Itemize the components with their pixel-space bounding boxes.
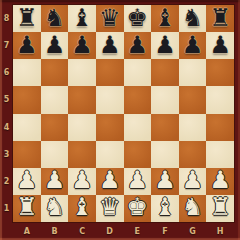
black-pawn-h7[interactable]: ♟	[209, 33, 231, 57]
white-pawn-e2[interactable]: ♟	[127, 168, 149, 192]
square-d6[interactable]	[96, 59, 124, 86]
square-e4[interactable]	[124, 114, 152, 141]
square-f5[interactable]	[151, 86, 179, 113]
square-a1[interactable]: ♜	[13, 195, 41, 222]
square-h8[interactable]: ♜	[206, 5, 234, 32]
square-f1[interactable]: ♝	[151, 195, 179, 222]
black-queen-d8[interactable]: ♛	[99, 6, 121, 30]
square-e5[interactable]	[124, 86, 152, 113]
square-h7[interactable]: ♟	[206, 32, 234, 59]
square-e6[interactable]	[124, 59, 152, 86]
white-king-e1[interactable]: ♚	[127, 195, 149, 219]
black-pawn-f7[interactable]: ♟	[154, 33, 176, 57]
black-knight-g8[interactable]: ♞	[182, 6, 204, 30]
black-pawn-a7[interactable]: ♟	[16, 33, 38, 57]
square-h1[interactable]: ♜	[206, 195, 234, 222]
square-g5[interactable]	[179, 86, 207, 113]
square-h4[interactable]	[206, 114, 234, 141]
black-rook-h8[interactable]: ♜	[209, 6, 231, 30]
rank-labels: 87654321	[0, 5, 13, 222]
square-a7[interactable]: ♟	[13, 32, 41, 59]
black-pawn-c7[interactable]: ♟	[71, 33, 93, 57]
square-c8[interactable]: ♝	[68, 5, 96, 32]
square-f4[interactable]	[151, 114, 179, 141]
rank-label-4: 4	[0, 114, 13, 141]
rank-label-7: 7	[0, 32, 13, 59]
square-a3[interactable]	[13, 141, 41, 168]
square-f7[interactable]: ♟	[151, 32, 179, 59]
square-g7[interactable]: ♟	[179, 32, 207, 59]
square-e7[interactable]: ♟	[124, 32, 152, 59]
black-pawn-e7[interactable]: ♟	[127, 33, 149, 57]
white-knight-g1[interactable]: ♞	[182, 195, 204, 219]
square-g8[interactable]: ♞	[179, 5, 207, 32]
square-g1[interactable]: ♞	[179, 195, 207, 222]
square-c1[interactable]: ♝	[68, 195, 96, 222]
square-c2[interactable]: ♟	[68, 168, 96, 195]
square-f6[interactable]	[151, 59, 179, 86]
white-rook-h1[interactable]: ♜	[209, 195, 231, 219]
square-e1[interactable]: ♚	[124, 195, 152, 222]
white-pawn-b2[interactable]: ♟	[44, 168, 66, 192]
black-pawn-g7[interactable]: ♟	[182, 33, 204, 57]
square-a2[interactable]: ♟	[13, 168, 41, 195]
chess-board[interactable]: ♜♞♝♛♚♝♞♜♟♟♟♟♟♟♟♟♟♟♟♟♟♟♟♟♜♞♝♛♚♝♞♜	[13, 5, 234, 222]
square-c4[interactable]	[68, 114, 96, 141]
white-rook-a1[interactable]: ♜	[16, 195, 38, 219]
rank-label-8: 8	[0, 5, 13, 32]
square-e2[interactable]: ♟	[124, 168, 152, 195]
rank-label-5: 5	[0, 86, 13, 113]
white-bishop-c1[interactable]: ♝	[71, 195, 93, 219]
square-a4[interactable]	[13, 114, 41, 141]
white-pawn-a2[interactable]: ♟	[16, 168, 38, 192]
black-bishop-c8[interactable]: ♝	[71, 6, 93, 30]
white-pawn-c2[interactable]: ♟	[71, 168, 93, 192]
square-c3[interactable]	[68, 141, 96, 168]
square-f2[interactable]: ♟	[151, 168, 179, 195]
square-b3[interactable]	[41, 141, 69, 168]
square-c7[interactable]: ♟	[68, 32, 96, 59]
black-king-e8[interactable]: ♚	[127, 6, 149, 30]
file-label-g: G	[179, 222, 207, 240]
square-b7[interactable]: ♟	[41, 32, 69, 59]
black-knight-b8[interactable]: ♞	[44, 6, 66, 30]
square-a5[interactable]	[13, 86, 41, 113]
square-d7[interactable]: ♟	[96, 32, 124, 59]
square-g4[interactable]	[179, 114, 207, 141]
file-labels: ABCDEFGH	[13, 222, 234, 240]
black-bishop-f8[interactable]: ♝	[154, 6, 176, 30]
square-d1[interactable]: ♛	[96, 195, 124, 222]
square-d5[interactable]	[96, 86, 124, 113]
square-b1[interactable]: ♞	[41, 195, 69, 222]
square-b5[interactable]	[41, 86, 69, 113]
white-pawn-f2[interactable]: ♟	[154, 168, 176, 192]
square-c5[interactable]	[68, 86, 96, 113]
square-c6[interactable]	[68, 59, 96, 86]
square-b2[interactable]: ♟	[41, 168, 69, 195]
square-g6[interactable]	[179, 59, 207, 86]
rank-label-1: 1	[0, 195, 13, 222]
black-rook-a8[interactable]: ♜	[16, 6, 38, 30]
square-d4[interactable]	[96, 114, 124, 141]
white-pawn-h2[interactable]: ♟	[209, 168, 231, 192]
square-a6[interactable]	[13, 59, 41, 86]
square-e3[interactable]	[124, 141, 152, 168]
file-label-e: E	[124, 222, 152, 240]
rank-label-2: 2	[0, 168, 13, 195]
square-e8[interactable]: ♚	[124, 5, 152, 32]
black-pawn-b7[interactable]: ♟	[44, 33, 66, 57]
white-pawn-g2[interactable]: ♟	[182, 168, 204, 192]
square-g2[interactable]: ♟	[179, 168, 207, 195]
file-label-h: H	[206, 222, 234, 240]
square-h2[interactable]: ♟	[206, 168, 234, 195]
square-h3[interactable]	[206, 141, 234, 168]
file-label-c: C	[68, 222, 96, 240]
square-b4[interactable]	[41, 114, 69, 141]
white-queen-d1[interactable]: ♛	[99, 195, 121, 219]
square-f8[interactable]: ♝	[151, 5, 179, 32]
file-label-a: A	[13, 222, 41, 240]
white-pawn-d2[interactable]: ♟	[99, 168, 121, 192]
square-d2[interactable]: ♟	[96, 168, 124, 195]
square-h5[interactable]	[206, 86, 234, 113]
white-bishop-f1[interactable]: ♝	[154, 195, 176, 219]
chess-board-frame: 87654321 ♜♞♝♛♚♝♞♜♟♟♟♟♟♟♟♟♟♟♟♟♟♟♟♟♜♞♝♛♚♝♞…	[0, 0, 240, 240]
file-label-f: F	[151, 222, 179, 240]
square-g3[interactable]	[179, 141, 207, 168]
black-pawn-d7[interactable]: ♟	[99, 33, 121, 57]
rank-label-3: 3	[0, 141, 13, 168]
square-a8[interactable]: ♜	[13, 5, 41, 32]
rank-label-6: 6	[0, 59, 13, 86]
square-h6[interactable]	[206, 59, 234, 86]
square-d8[interactable]: ♛	[96, 5, 124, 32]
square-f3[interactable]	[151, 141, 179, 168]
square-b8[interactable]: ♞	[41, 5, 69, 32]
white-knight-b1[interactable]: ♞	[44, 195, 66, 219]
file-label-d: D	[96, 222, 124, 240]
square-d3[interactable]	[96, 141, 124, 168]
square-b6[interactable]	[41, 59, 69, 86]
file-label-b: B	[41, 222, 69, 240]
